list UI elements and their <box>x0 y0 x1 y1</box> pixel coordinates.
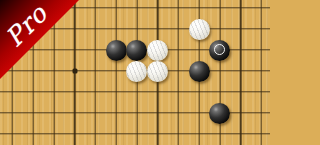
black-stone <box>126 40 147 61</box>
star-point <box>72 69 77 74</box>
black-stone <box>189 61 210 82</box>
last-move-marker <box>214 44 225 55</box>
white-stone <box>147 40 168 61</box>
white-stone <box>126 61 147 82</box>
white-stone <box>189 19 210 40</box>
black-stone <box>209 103 230 124</box>
black-stone <box>209 40 230 61</box>
white-stone <box>147 61 168 82</box>
black-stone <box>106 40 127 61</box>
